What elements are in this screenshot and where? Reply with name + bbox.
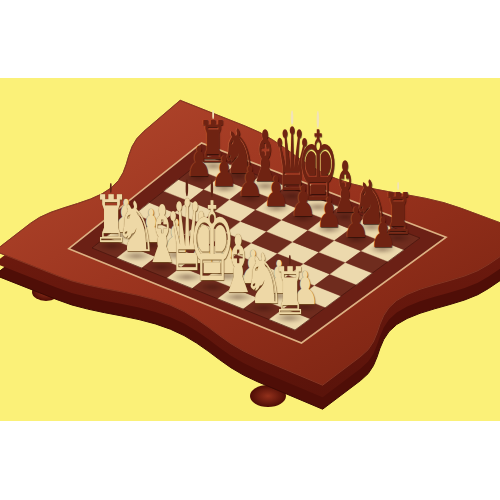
chess-piece-black-pawn-h7[interactable]: ♟	[369, 212, 395, 254]
chess-piece-black-pawn-d7[interactable]: ♟	[263, 171, 289, 213]
rook-glyph: ♜	[272, 259, 307, 324]
chess-piece-black-pawn-f7[interactable]: ♟	[316, 191, 342, 233]
pawn-glyph: ♟	[369, 212, 395, 254]
pawn-glyph: ♟	[290, 181, 316, 223]
chess-piece-black-pawn-e7[interactable]: ♟	[290, 181, 316, 223]
pawn-glyph: ♟	[263, 171, 289, 213]
contrast-finial	[291, 110, 293, 125]
chess-piece-white-rook-h1[interactable]: ♜	[272, 259, 307, 324]
pawn-glyph: ♟	[316, 191, 342, 233]
chess-piece-black-pawn-c7[interactable]: ♟	[237, 160, 263, 202]
pawn-glyph: ♟	[185, 140, 211, 182]
pawn-glyph: ♟	[237, 160, 263, 202]
product-photo: ♜♞♟♝♟♛♟♚♟♝♟♞♟♟♜♟♟♜♟♟♞♟♝♟♛♟♚♟♝♟♞♜	[0, 0, 500, 500]
chess-piece-black-pawn-a7[interactable]: ♟	[185, 140, 211, 182]
pawn-glyph: ♟	[343, 202, 369, 244]
chess-piece-black-pawn-g7[interactable]: ♟	[343, 202, 369, 244]
contrast-finial	[289, 255, 291, 265]
